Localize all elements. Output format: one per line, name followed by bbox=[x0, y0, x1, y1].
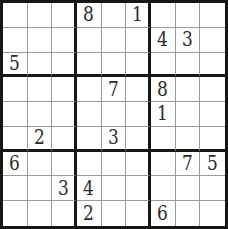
sudoku-cell-r6c7[interactable] bbox=[151, 127, 176, 152]
given-digit: 7 bbox=[182, 153, 193, 174]
sudoku-cell-r8c8[interactable] bbox=[176, 176, 201, 201]
sudoku-cell-r5c7[interactable]: 1 bbox=[151, 102, 176, 127]
given-digit: 1 bbox=[157, 103, 168, 124]
sudoku-cell-r7c5[interactable] bbox=[102, 152, 127, 177]
sudoku-cell-r9c2[interactable] bbox=[28, 201, 53, 226]
sudoku-cell-r8c2[interactable] bbox=[28, 176, 53, 201]
given-digit: 2 bbox=[34, 127, 45, 148]
sudoku-cell-r1c4[interactable]: 8 bbox=[77, 3, 102, 28]
given-digit: 4 bbox=[83, 178, 94, 199]
sudoku-cell-r5c8[interactable] bbox=[176, 102, 201, 127]
sudoku-cell-r4c8[interactable] bbox=[176, 77, 201, 102]
sudoku-cell-r4c9[interactable] bbox=[200, 77, 225, 102]
sudoku-cell-r6c2[interactable]: 2 bbox=[28, 127, 53, 152]
given-digit: 2 bbox=[83, 203, 94, 224]
given-digit: 5 bbox=[207, 153, 218, 174]
sudoku-cell-r4c1[interactable] bbox=[3, 77, 28, 102]
sudoku-cell-r2c9[interactable] bbox=[200, 28, 225, 53]
sudoku-cell-r5c4[interactable] bbox=[77, 102, 102, 127]
sudoku-cell-r3c2[interactable] bbox=[28, 53, 53, 78]
sudoku-cell-r6c3[interactable] bbox=[52, 127, 77, 152]
sudoku-cell-r5c1[interactable] bbox=[3, 102, 28, 127]
sudoku-cell-r9c7[interactable]: 6 bbox=[151, 201, 176, 226]
sudoku-cell-r9c1[interactable] bbox=[3, 201, 28, 226]
given-digit: 8 bbox=[157, 79, 168, 100]
sudoku-cell-r4c2[interactable] bbox=[28, 77, 53, 102]
sudoku-cell-r8c1[interactable] bbox=[3, 176, 28, 201]
sudoku-cell-r7c1[interactable]: 6 bbox=[3, 152, 28, 177]
sudoku-cell-r3c5[interactable] bbox=[102, 53, 127, 78]
sudoku-cell-r1c8[interactable] bbox=[176, 3, 201, 28]
sudoku-cell-r1c6[interactable]: 1 bbox=[126, 3, 151, 28]
sudoku-cell-r5c2[interactable] bbox=[28, 102, 53, 127]
sudoku-cell-r8c7[interactable] bbox=[151, 176, 176, 201]
sudoku-cell-r7c7[interactable] bbox=[151, 152, 176, 177]
sudoku-cell-r4c5[interactable]: 7 bbox=[102, 77, 127, 102]
sudoku-cell-r2c6[interactable] bbox=[126, 28, 151, 53]
sudoku-cell-r3c8[interactable] bbox=[176, 53, 201, 78]
sudoku-cell-r3c1[interactable]: 5 bbox=[3, 53, 28, 78]
given-digit: 7 bbox=[108, 79, 119, 100]
sudoku-cell-r3c6[interactable] bbox=[126, 53, 151, 78]
given-digit: 1 bbox=[132, 4, 143, 25]
sudoku-cell-r9c9[interactable] bbox=[200, 201, 225, 226]
sudoku-cell-r9c6[interactable] bbox=[126, 201, 151, 226]
sudoku-cell-r7c4[interactable] bbox=[77, 152, 102, 177]
sudoku-cell-r8c9[interactable] bbox=[200, 176, 225, 201]
sudoku-cell-r9c4[interactable]: 2 bbox=[77, 201, 102, 226]
sudoku-cell-r2c4[interactable] bbox=[77, 28, 102, 53]
given-digit: 4 bbox=[157, 29, 168, 50]
sudoku-cell-r3c4[interactable] bbox=[77, 53, 102, 78]
sudoku-cell-r7c8[interactable]: 7 bbox=[176, 152, 201, 177]
sudoku-board: 81435781236753426 bbox=[0, 0, 228, 229]
sudoku-cell-r7c2[interactable] bbox=[28, 152, 53, 177]
sudoku-cell-r8c3[interactable]: 3 bbox=[52, 176, 77, 201]
sudoku-cell-r7c6[interactable] bbox=[126, 152, 151, 177]
sudoku-cell-r2c7[interactable]: 4 bbox=[151, 28, 176, 53]
sudoku-cell-r3c9[interactable] bbox=[200, 53, 225, 78]
given-digit: 3 bbox=[108, 127, 119, 148]
given-digit: 5 bbox=[9, 53, 20, 74]
sudoku-cell-r9c3[interactable] bbox=[52, 201, 77, 226]
sudoku-cell-r2c2[interactable] bbox=[28, 28, 53, 53]
sudoku-cell-r6c8[interactable] bbox=[176, 127, 201, 152]
given-digit: 3 bbox=[182, 29, 193, 50]
sudoku-cell-r4c6[interactable] bbox=[126, 77, 151, 102]
sudoku-cell-r3c3[interactable] bbox=[52, 53, 77, 78]
given-digit: 3 bbox=[58, 178, 69, 199]
sudoku-cell-r2c8[interactable]: 3 bbox=[176, 28, 201, 53]
sudoku-cell-r8c4[interactable]: 4 bbox=[77, 176, 102, 201]
sudoku-cell-r7c9[interactable]: 5 bbox=[200, 152, 225, 177]
sudoku-cell-r8c5[interactable] bbox=[102, 176, 127, 201]
sudoku-cell-r5c9[interactable] bbox=[200, 102, 225, 127]
sudoku-cell-r1c2[interactable] bbox=[28, 3, 53, 28]
sudoku-cell-r2c1[interactable] bbox=[3, 28, 28, 53]
sudoku-cell-r4c4[interactable] bbox=[77, 77, 102, 102]
sudoku-cell-r1c5[interactable] bbox=[102, 3, 127, 28]
sudoku-cell-r6c5[interactable]: 3 bbox=[102, 127, 127, 152]
sudoku-cell-r1c3[interactable] bbox=[52, 3, 77, 28]
sudoku-cell-r6c1[interactable] bbox=[3, 127, 28, 152]
given-digit: 6 bbox=[9, 153, 20, 174]
sudoku-cell-r2c3[interactable] bbox=[52, 28, 77, 53]
sudoku-cell-r1c1[interactable] bbox=[3, 3, 28, 28]
sudoku-cell-r1c9[interactable] bbox=[200, 3, 225, 28]
sudoku-cell-r5c3[interactable] bbox=[52, 102, 77, 127]
sudoku-cell-r9c5[interactable] bbox=[102, 201, 127, 226]
given-digit: 6 bbox=[157, 203, 168, 224]
sudoku-cell-r3c7[interactable] bbox=[151, 53, 176, 78]
sudoku-cell-r6c6[interactable] bbox=[126, 127, 151, 152]
sudoku-cell-r6c4[interactable] bbox=[77, 127, 102, 152]
sudoku-cell-r7c3[interactable] bbox=[52, 152, 77, 177]
sudoku-cell-r4c7[interactable]: 8 bbox=[151, 77, 176, 102]
sudoku-cell-r1c7[interactable] bbox=[151, 3, 176, 28]
sudoku-cell-r2c5[interactable] bbox=[102, 28, 127, 53]
given-digit: 8 bbox=[83, 4, 94, 25]
sudoku-cell-r4c3[interactable] bbox=[52, 77, 77, 102]
sudoku-cell-r9c8[interactable] bbox=[176, 201, 201, 226]
sudoku-cell-r5c5[interactable] bbox=[102, 102, 127, 127]
sudoku-cell-r8c6[interactable] bbox=[126, 176, 151, 201]
sudoku-cell-r6c9[interactable] bbox=[200, 127, 225, 152]
sudoku-cell-r5c6[interactable] bbox=[126, 102, 151, 127]
